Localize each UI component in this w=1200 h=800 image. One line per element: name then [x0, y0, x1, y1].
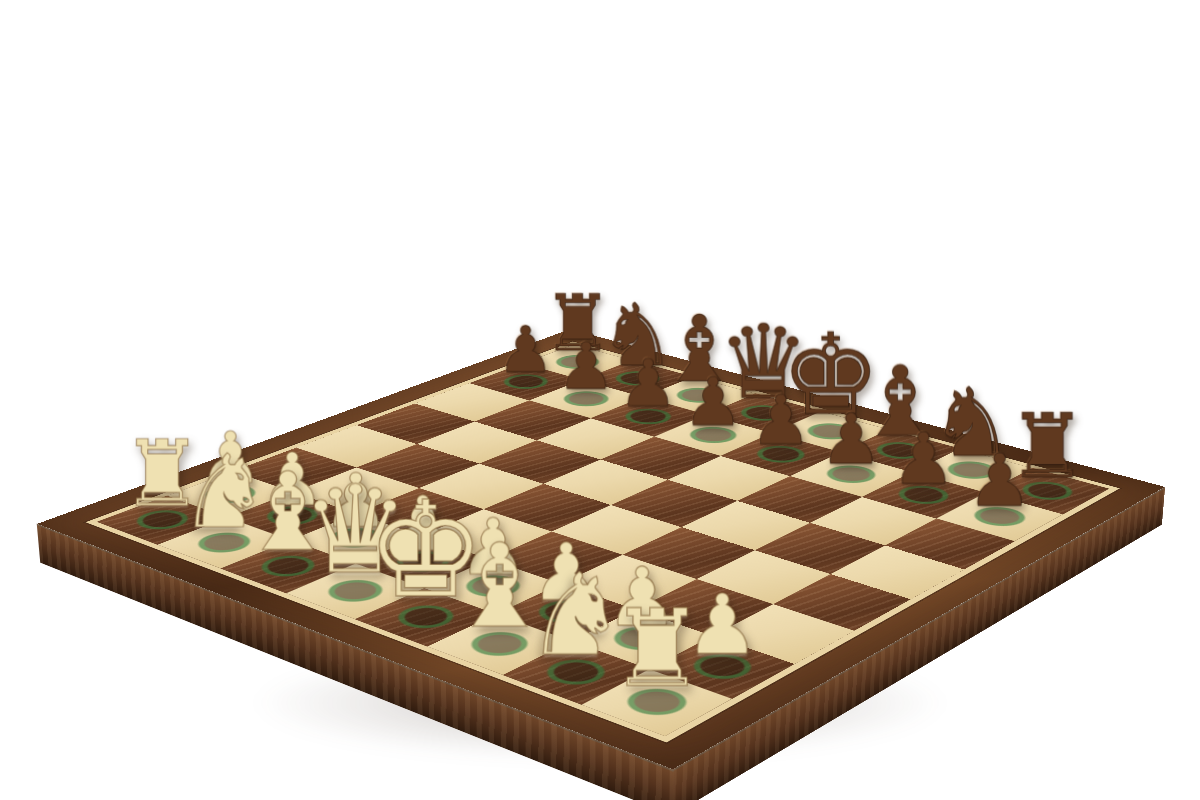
chess-set-photo-scene: ♜♞♝♛♚♝♞♜♟♟♟♟♟♟♟♟♟♟♟♟♟♟♟♟♜♞♝♛♚♝♞♜ — [0, 0, 1200, 800]
square-h1[interactable]: ♜ — [582, 669, 732, 736]
piece-black-pawn[interactable]: ♟ — [909, 444, 1091, 517]
square-h7[interactable]: ♟ — [937, 493, 1063, 541]
piece-white-rook[interactable]: ♜ — [550, 595, 764, 702]
